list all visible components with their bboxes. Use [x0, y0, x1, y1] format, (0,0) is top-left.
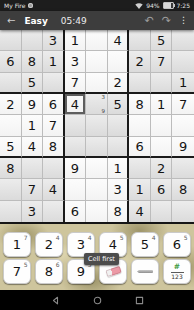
- sudoku-app-screen: My Fire 94% 7:25 ← Easy 05:49 ↶ ↷ ⋮ 3145…: [0, 0, 194, 310]
- cell-r1c1[interactable]: [0, 30, 22, 51]
- pencil-mark-3: 3: [100, 94, 107, 101]
- cell-r8c7[interactable]: 1: [129, 179, 151, 200]
- digit-count-badge: 5: [24, 261, 28, 268]
- eraser-icon: [105, 266, 121, 277]
- cell-r5c5[interactable]: [86, 115, 108, 136]
- app-bar: ← Easy 05:49 ↶ ↷ ⋮: [0, 11, 194, 30]
- cell-r5c4[interactable]: [65, 115, 87, 136]
- cell-r8c2[interactable]: 7: [22, 179, 44, 200]
- cell-r7c6[interactable]: 1: [108, 158, 130, 179]
- cell-r2c8[interactable]: 7: [151, 51, 173, 72]
- cell-r1c9[interactable]: [172, 30, 194, 51]
- device-label: My Fire: [4, 2, 25, 9]
- clock: 7:25: [177, 2, 190, 9]
- cell-r8c8[interactable]: 6: [151, 179, 173, 200]
- game-timer: 05:49: [61, 16, 87, 26]
- cell-r3c5[interactable]: [86, 73, 108, 94]
- cell-r4c1[interactable]: 2: [0, 94, 22, 115]
- notification-icon: [28, 3, 33, 8]
- cell-r5c2[interactable]: 1: [22, 115, 44, 136]
- cell-r8c6[interactable]: 3: [108, 179, 130, 200]
- digit-key-1[interactable]: 17: [3, 232, 31, 257]
- cell-r6c9[interactable]: 9: [172, 137, 194, 158]
- cell-r1c7[interactable]: [129, 30, 151, 51]
- nav-back-button[interactable]: [51, 296, 60, 305]
- nav-recents-button[interactable]: [135, 296, 144, 305]
- nav-recents-icon: [135, 296, 144, 305]
- cell-r4c6[interactable]: 5: [108, 94, 130, 115]
- cell-r9c9[interactable]: [172, 201, 194, 222]
- cell-r2c9[interactable]: [172, 51, 194, 72]
- cell-r5c8[interactable]: [151, 115, 173, 136]
- cell-r1c6[interactable]: 4: [108, 30, 130, 51]
- nav-home-icon: [93, 296, 102, 305]
- cell-r7c5[interactable]: [86, 158, 108, 179]
- cell-r7c1[interactable]: 8: [0, 158, 22, 179]
- cell-r3c2[interactable]: 5: [22, 73, 44, 94]
- cell-r6c2[interactable]: 4: [22, 137, 44, 158]
- digit-label: 2: [45, 237, 53, 252]
- nav-home-button[interactable]: [93, 296, 102, 305]
- cell-r9c5[interactable]: [86, 201, 108, 222]
- cell-r7c7[interactable]: [129, 158, 151, 179]
- cell-r6c8[interactable]: [151, 137, 173, 158]
- keypad: 172434455465 758693 # 123 Cell first: [0, 224, 194, 290]
- digit-count-badge: 4: [88, 234, 92, 241]
- app-bar-actions: ↶ ↷ ⋮: [145, 15, 187, 26]
- pencil-icon: [137, 270, 153, 274]
- cell-r5c9[interactable]: [172, 115, 194, 136]
- digit-label: 8: [45, 264, 53, 279]
- cell-r2c4[interactable]: 3: [65, 51, 87, 72]
- status-bar-right: 94% 7:25: [135, 2, 190, 9]
- cell-r2c2[interactable]: 8: [22, 51, 44, 72]
- cell-r3c4[interactable]: 7: [65, 73, 87, 94]
- cell-r7c9[interactable]: [172, 158, 194, 179]
- cell-r7c2[interactable]: [22, 158, 44, 179]
- digit-key-7[interactable]: 75: [3, 259, 31, 284]
- cell-r6c5[interactable]: [86, 137, 108, 158]
- cell-r3c1[interactable]: [0, 73, 22, 94]
- sudoku-board: 3145681327572129643958171754869891274316…: [0, 30, 194, 224]
- digit-count-badge: 4: [56, 234, 60, 241]
- cell-r5c3[interactable]: 7: [43, 115, 65, 136]
- digit-count-badge: 5: [120, 234, 124, 241]
- cell-r3c3[interactable]: [43, 73, 65, 94]
- cell-r2c1[interactable]: 6: [0, 51, 22, 72]
- digit-count-badge: 6: [56, 261, 60, 268]
- battery-percent: 94%: [146, 2, 159, 9]
- cell-r1c8[interactable]: 5: [151, 30, 173, 51]
- back-arrow-icon[interactable]: ←: [7, 16, 15, 26]
- redo-icon[interactable]: ↷: [162, 15, 171, 26]
- cell-r2c3[interactable]: 1: [43, 51, 65, 72]
- pencil-mark-9: 9: [100, 107, 107, 114]
- cell-r9c1[interactable]: [0, 201, 22, 222]
- digit-key-6[interactable]: 65: [163, 232, 191, 257]
- cell-r9c3[interactable]: [43, 201, 65, 222]
- wifi-icon: [135, 3, 143, 9]
- cell-r4c9[interactable]: 7: [172, 94, 194, 115]
- cell-r8c3[interactable]: 4: [43, 179, 65, 200]
- cell-r8c5[interactable]: [86, 179, 108, 200]
- cell-r3c9[interactable]: 1: [172, 73, 194, 94]
- number-mode-key[interactable]: # 123: [163, 259, 191, 284]
- cell-first-tooltip: Cell first: [84, 253, 119, 265]
- cell-r6c7[interactable]: 6: [129, 137, 151, 158]
- digit-count-badge: 7: [24, 234, 28, 241]
- cell-r7c3[interactable]: [43, 158, 65, 179]
- cell-r9c2[interactable]: 3: [22, 201, 44, 222]
- status-bar: My Fire 94% 7:25: [0, 0, 194, 11]
- digit-label: 9: [77, 264, 85, 279]
- cell-r3c7[interactable]: [129, 73, 151, 94]
- cell-r4c7[interactable]: 8: [129, 94, 151, 115]
- digit-count-badge: 5: [184, 234, 188, 241]
- nav-back-icon: [51, 296, 60, 305]
- cell-r9c7[interactable]: 4: [129, 201, 151, 222]
- pencil-key[interactable]: [131, 259, 159, 284]
- cell-r6c1[interactable]: 5: [0, 137, 22, 158]
- digit-key-5[interactable]: 54: [131, 232, 159, 257]
- difficulty-title: Easy: [24, 16, 47, 26]
- digit-label: 3: [77, 237, 85, 252]
- cell-r3c8[interactable]: [151, 73, 173, 94]
- cell-r9c8[interactable]: [151, 201, 173, 222]
- status-bar-left: My Fire: [4, 2, 33, 9]
- cell-r9c4[interactable]: 6: [65, 201, 87, 222]
- cell-r4c2[interactable]: 9: [22, 94, 44, 115]
- digit-label: 6: [173, 237, 181, 252]
- undo-icon[interactable]: ↶: [145, 15, 154, 26]
- cell-r5c1[interactable]: [0, 115, 22, 136]
- cell-r7c4[interactable]: 9: [65, 158, 87, 179]
- digit-label: 7: [13, 264, 21, 279]
- cell-r2c7[interactable]: 2: [129, 51, 151, 72]
- cell-r2c5[interactable]: [86, 51, 108, 72]
- cell-r1c5[interactable]: [86, 30, 108, 51]
- battery-icon: [163, 2, 174, 9]
- digit-label: 5: [141, 237, 149, 252]
- cell-r1c4[interactable]: 1: [65, 30, 87, 51]
- cell-r4c4[interactable]: 4: [65, 94, 87, 115]
- cell-r8c9[interactable]: 8: [172, 179, 194, 200]
- cell-r6c6[interactable]: [108, 137, 130, 158]
- cell-r4c3[interactable]: 6: [43, 94, 65, 115]
- digit-key-2[interactable]: 24: [35, 232, 63, 257]
- digit-key-8[interactable]: 86: [35, 259, 63, 284]
- cell-r7c8[interactable]: 2: [151, 158, 173, 179]
- cell-r5c7[interactable]: [129, 115, 151, 136]
- digit-label: 4: [109, 237, 117, 252]
- overflow-menu-icon[interactable]: ⋮: [179, 16, 187, 25]
- cell-r8c4[interactable]: [65, 179, 87, 200]
- cell-r8c1[interactable]: [0, 179, 22, 200]
- cell-r3c6[interactable]: 2: [108, 73, 130, 94]
- android-nav-bar: [0, 290, 194, 310]
- cell-r4c8[interactable]: 1: [151, 94, 173, 115]
- cell-r6c4[interactable]: [65, 137, 87, 158]
- digit-count-badge: 4: [152, 234, 156, 241]
- cell-r9c6[interactable]: 8: [108, 201, 130, 222]
- cell-r6c3[interactable]: 8: [43, 137, 65, 158]
- cell-r1c3[interactable]: 3: [43, 30, 65, 51]
- cell-r5c6[interactable]: [108, 115, 130, 136]
- cell-r2c6[interactable]: [108, 51, 130, 72]
- cell-r4c5[interactable]: 39: [86, 94, 108, 115]
- hash-123-icon: # 123: [171, 263, 184, 280]
- cell-r1c2[interactable]: [22, 30, 44, 51]
- digit-label: 1: [13, 237, 21, 252]
